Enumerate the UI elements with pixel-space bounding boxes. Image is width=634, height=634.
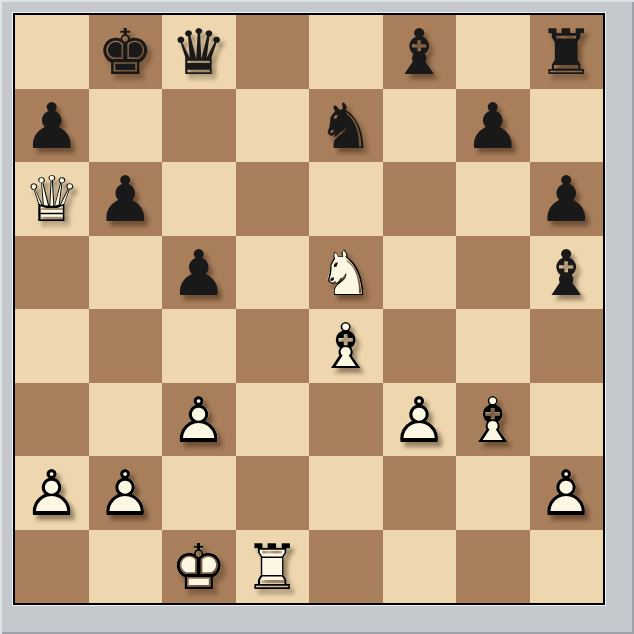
square-f2[interactable] [383, 456, 457, 530]
square-c6[interactable] [162, 162, 236, 236]
square-f5[interactable] [383, 236, 457, 310]
piece-glyph: ♟ [89, 162, 163, 236]
piece-glyph: ♟ [162, 236, 236, 310]
square-b4[interactable] [89, 309, 163, 383]
square-h8[interactable]: ♜ [530, 15, 604, 89]
white-king-c1[interactable]: ♚♔ [162, 530, 236, 604]
square-a1[interactable] [15, 530, 89, 604]
square-c7[interactable] [162, 89, 236, 163]
white-pawn-a2[interactable]: ♟♙ [15, 456, 89, 530]
square-a5[interactable] [15, 236, 89, 310]
square-b7[interactable] [89, 89, 163, 163]
piece-glyph: ♞ [309, 89, 383, 163]
piece-outline-glyph: ♘ [309, 236, 383, 310]
black-queen-c8[interactable]: ♛ [162, 15, 236, 89]
black-pawn-a7[interactable]: ♟ [15, 89, 89, 163]
piece-glyph: ♝ [383, 15, 457, 89]
square-e1[interactable] [309, 530, 383, 604]
square-a7[interactable]: ♟ [15, 89, 89, 163]
square-d8[interactable] [236, 15, 310, 89]
square-d3[interactable] [236, 383, 310, 457]
square-h2[interactable]: ♟♙ [530, 456, 604, 530]
square-h5[interactable]: ♝ [530, 236, 604, 310]
white-pawn-b2[interactable]: ♟♙ [89, 456, 163, 530]
black-bishop-h5[interactable]: ♝ [530, 236, 604, 310]
square-f7[interactable] [383, 89, 457, 163]
square-c5[interactable]: ♟ [162, 236, 236, 310]
square-a3[interactable] [15, 383, 89, 457]
square-f4[interactable] [383, 309, 457, 383]
piece-outline-glyph: ♙ [15, 456, 89, 530]
black-bishop-f8[interactable]: ♝ [383, 15, 457, 89]
black-pawn-g7[interactable]: ♟ [456, 89, 530, 163]
square-h6[interactable]: ♟ [530, 162, 604, 236]
square-f6[interactable] [383, 162, 457, 236]
white-pawn-h2[interactable]: ♟♙ [530, 456, 604, 530]
piece-outline-glyph: ♗ [456, 383, 530, 457]
black-pawn-h6[interactable]: ♟ [530, 162, 604, 236]
square-g4[interactable] [456, 309, 530, 383]
square-e8[interactable] [309, 15, 383, 89]
square-e6[interactable] [309, 162, 383, 236]
square-e7[interactable]: ♞ [309, 89, 383, 163]
square-c8[interactable]: ♛ [162, 15, 236, 89]
square-f1[interactable] [383, 530, 457, 604]
square-h1[interactable] [530, 530, 604, 604]
square-e2[interactable] [309, 456, 383, 530]
square-b5[interactable] [89, 236, 163, 310]
piece-outline-glyph: ♕ [15, 162, 89, 236]
square-c4[interactable] [162, 309, 236, 383]
piece-outline-glyph: ♔ [162, 530, 236, 604]
piece-glyph: ♟ [456, 89, 530, 163]
square-e5[interactable]: ♞♘ [309, 236, 383, 310]
piece-glyph: ♟ [15, 89, 89, 163]
piece-glyph: ♝ [530, 236, 604, 310]
square-c2[interactable] [162, 456, 236, 530]
square-g8[interactable] [456, 15, 530, 89]
square-g1[interactable] [456, 530, 530, 604]
square-b8[interactable]: ♚ [89, 15, 163, 89]
square-d5[interactable] [236, 236, 310, 310]
square-g3[interactable]: ♝♗ [456, 383, 530, 457]
white-bishop-g3[interactable]: ♝♗ [456, 383, 530, 457]
square-g7[interactable]: ♟ [456, 89, 530, 163]
piece-glyph: ♜ [530, 15, 604, 89]
square-h3[interactable] [530, 383, 604, 457]
square-b6[interactable]: ♟ [89, 162, 163, 236]
square-e3[interactable] [309, 383, 383, 457]
chessboard-window: ♚♛♝♜♟♞♟♛♕♟♟♟♞♘♝♝♗♟♙♟♙♝♗♟♙♟♙♟♙♚♔♜♖ [0, 0, 634, 634]
square-a2[interactable]: ♟♙ [15, 456, 89, 530]
white-pawn-c3[interactable]: ♟♙ [162, 383, 236, 457]
piece-outline-glyph: ♙ [530, 456, 604, 530]
square-d1[interactable]: ♜♖ [236, 530, 310, 604]
square-f3[interactable]: ♟♙ [383, 383, 457, 457]
square-d6[interactable] [236, 162, 310, 236]
white-bishop-e4[interactable]: ♝♗ [309, 309, 383, 383]
square-d7[interactable] [236, 89, 310, 163]
square-f8[interactable]: ♝ [383, 15, 457, 89]
white-queen-a6[interactable]: ♛♕ [15, 162, 89, 236]
black-rook-h8[interactable]: ♜ [530, 15, 604, 89]
black-knight-e7[interactable]: ♞ [309, 89, 383, 163]
square-g5[interactable] [456, 236, 530, 310]
white-knight-e5[interactable]: ♞♘ [309, 236, 383, 310]
piece-outline-glyph: ♙ [162, 383, 236, 457]
square-d2[interactable] [236, 456, 310, 530]
white-pawn-f3[interactable]: ♟♙ [383, 383, 457, 457]
chess-board: ♚♛♝♜♟♞♟♛♕♟♟♟♞♘♝♝♗♟♙♟♙♝♗♟♙♟♙♟♙♚♔♜♖ [13, 13, 605, 605]
square-b2[interactable]: ♟♙ [89, 456, 163, 530]
black-pawn-c5[interactable]: ♟ [162, 236, 236, 310]
black-king-b8[interactable]: ♚ [89, 15, 163, 89]
piece-glyph: ♚ [89, 15, 163, 89]
piece-outline-glyph: ♙ [89, 456, 163, 530]
square-e4[interactable]: ♝♗ [309, 309, 383, 383]
piece-glyph: ♛ [162, 15, 236, 89]
piece-outline-glyph: ♖ [236, 530, 310, 604]
square-c3[interactable]: ♟♙ [162, 383, 236, 457]
piece-outline-glyph: ♗ [309, 309, 383, 383]
square-c1[interactable]: ♚♔ [162, 530, 236, 604]
piece-glyph: ♟ [530, 162, 604, 236]
square-h7[interactable] [530, 89, 604, 163]
white-rook-d1[interactable]: ♜♖ [236, 530, 310, 604]
black-pawn-b6[interactable]: ♟ [89, 162, 163, 236]
square-a6[interactable]: ♛♕ [15, 162, 89, 236]
square-d4[interactable] [236, 309, 310, 383]
square-b1[interactable] [89, 530, 163, 604]
square-h4[interactable] [530, 309, 604, 383]
piece-outline-glyph: ♙ [383, 383, 457, 457]
square-g6[interactable] [456, 162, 530, 236]
square-a4[interactable] [15, 309, 89, 383]
square-a8[interactable] [15, 15, 89, 89]
square-g2[interactable] [456, 456, 530, 530]
square-b3[interactable] [89, 383, 163, 457]
